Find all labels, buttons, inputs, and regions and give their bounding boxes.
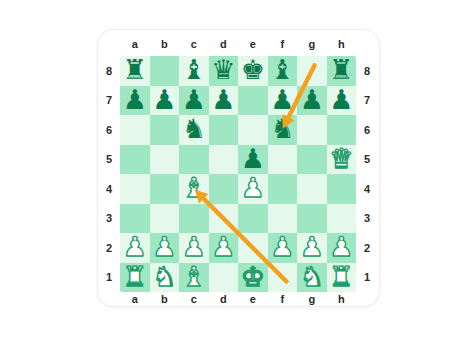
file-label-c: c xyxy=(179,292,209,306)
square-c3[interactable] xyxy=(179,204,209,234)
square-d6[interactable] xyxy=(209,115,239,145)
square-d7[interactable]: ♟ xyxy=(209,86,239,116)
square-g4[interactable] xyxy=(297,174,327,204)
piece-black-king[interactable]: ♚ xyxy=(241,56,265,83)
square-b4[interactable] xyxy=(150,174,180,204)
rank-labels-left: 87654321 xyxy=(98,56,120,292)
piece-white-pawn[interactable]: ♟ xyxy=(182,233,206,260)
file-label-a: a xyxy=(120,292,150,306)
chess-board: ♜♝♛♚♝♜♟♟♟♟♟♟♟♞♞♟♛♝♟♟♟♟♟♟♟♟♜♞♝♚♞♜ xyxy=(120,56,356,292)
file-label-g: g xyxy=(297,34,327,54)
square-f2[interactable]: ♟ xyxy=(268,233,298,263)
file-label-h: h xyxy=(327,292,357,306)
file-label-e: e xyxy=(238,34,268,54)
piece-white-pawn[interactable]: ♟ xyxy=(123,233,147,260)
square-c7[interactable]: ♟ xyxy=(179,86,209,116)
square-h8[interactable]: ♜ xyxy=(327,56,357,86)
square-a8[interactable]: ♜ xyxy=(120,56,150,86)
file-label-c: c xyxy=(179,34,209,54)
square-a1[interactable]: ♜ xyxy=(120,263,150,293)
rank-label-5: 5 xyxy=(98,145,120,175)
rank-label-8: 8 xyxy=(356,56,378,86)
piece-black-knight[interactable]: ♞ xyxy=(182,115,206,142)
piece-white-pawn[interactable]: ♟ xyxy=(211,233,235,260)
square-b7[interactable]: ♟ xyxy=(150,86,180,116)
square-e4[interactable]: ♟ xyxy=(238,174,268,204)
piece-black-pawn[interactable]: ♟ xyxy=(182,86,206,113)
rank-label-2: 2 xyxy=(356,233,378,263)
square-h4[interactable] xyxy=(327,174,357,204)
square-e6[interactable] xyxy=(238,115,268,145)
piece-white-knight[interactable]: ♞ xyxy=(152,263,176,290)
rank-label-7: 7 xyxy=(356,86,378,116)
file-label-f: f xyxy=(268,292,298,306)
file-label-g: g xyxy=(297,292,327,306)
piece-black-rook[interactable]: ♜ xyxy=(123,56,147,83)
square-a4[interactable] xyxy=(120,174,150,204)
rank-label-4: 4 xyxy=(356,174,378,204)
square-a2[interactable]: ♟ xyxy=(120,233,150,263)
rank-label-2: 2 xyxy=(98,233,120,263)
square-a5[interactable] xyxy=(120,145,150,175)
piece-white-knight[interactable]: ♞ xyxy=(300,263,324,290)
square-d5[interactable] xyxy=(209,145,239,175)
piece-black-pawn[interactable]: ♟ xyxy=(123,86,147,113)
rank-label-6: 6 xyxy=(98,115,120,145)
piece-white-queen[interactable]: ♛ xyxy=(329,145,353,172)
piece-black-rook[interactable]: ♜ xyxy=(329,56,353,83)
square-g3[interactable] xyxy=(297,204,327,234)
square-e3[interactable] xyxy=(238,204,268,234)
square-f7[interactable]: ♟ xyxy=(268,86,298,116)
square-h7[interactable]: ♟ xyxy=(327,86,357,116)
piece-white-bishop[interactable]: ♝ xyxy=(182,263,206,290)
rank-label-3: 3 xyxy=(98,204,120,234)
square-h1[interactable]: ♜ xyxy=(327,263,357,293)
piece-white-pawn[interactable]: ♟ xyxy=(300,233,324,260)
square-h3[interactable] xyxy=(327,204,357,234)
square-g6[interactable] xyxy=(297,115,327,145)
square-h6[interactable] xyxy=(327,115,357,145)
square-b1[interactable]: ♞ xyxy=(150,263,180,293)
piece-white-pawn[interactable]: ♟ xyxy=(329,233,353,260)
square-d4[interactable] xyxy=(209,174,239,204)
piece-black-queen[interactable]: ♛ xyxy=(211,56,235,83)
piece-white-rook[interactable]: ♜ xyxy=(329,263,353,290)
piece-white-bishop[interactable]: ♝ xyxy=(182,174,206,201)
piece-white-king[interactable]: ♚ xyxy=(241,263,265,290)
square-e2[interactable] xyxy=(238,233,268,263)
square-c8[interactable]: ♝ xyxy=(179,56,209,86)
file-label-f: f xyxy=(268,34,298,54)
rank-label-5: 5 xyxy=(356,145,378,175)
rank-label-4: 4 xyxy=(98,174,120,204)
square-f8[interactable]: ♝ xyxy=(268,56,298,86)
piece-black-pawn[interactable]: ♟ xyxy=(329,86,353,113)
file-label-d: d xyxy=(209,34,239,54)
file-label-b: b xyxy=(150,34,180,54)
square-b5[interactable] xyxy=(150,145,180,175)
file-labels-top: abcdefgh xyxy=(120,34,356,54)
square-e5[interactable]: ♟ xyxy=(238,145,268,175)
square-e7[interactable] xyxy=(238,86,268,116)
square-c2[interactable]: ♟ xyxy=(179,233,209,263)
file-label-e: e xyxy=(238,292,268,306)
piece-white-pawn[interactable]: ♟ xyxy=(270,233,294,260)
page: abcdefgh 87654321 ♜♝♛♚♝♜♟♟♟♟♟♟♟♞♞♟♛♝♟♟♟♟… xyxy=(0,0,474,340)
square-e1[interactable]: ♚ xyxy=(238,263,268,293)
file-labels-bottom: abcdefgh xyxy=(120,292,356,306)
piece-black-bishop[interactable]: ♝ xyxy=(182,56,206,83)
rank-label-1: 1 xyxy=(98,263,120,293)
square-c6[interactable]: ♞ xyxy=(179,115,209,145)
square-a3[interactable] xyxy=(120,204,150,234)
square-b6[interactable] xyxy=(150,115,180,145)
piece-black-knight[interactable]: ♞ xyxy=(270,115,294,142)
square-e8[interactable]: ♚ xyxy=(238,56,268,86)
piece-white-pawn[interactable]: ♟ xyxy=(152,233,176,260)
square-d1[interactable] xyxy=(209,263,239,293)
rank-label-1: 1 xyxy=(356,263,378,293)
rank-label-6: 6 xyxy=(356,115,378,145)
square-d2[interactable]: ♟ xyxy=(209,233,239,263)
square-f6[interactable]: ♞ xyxy=(268,115,298,145)
piece-black-pawn[interactable]: ♟ xyxy=(152,86,176,113)
piece-black-pawn[interactable]: ♟ xyxy=(241,145,265,172)
square-d8[interactable]: ♛ xyxy=(209,56,239,86)
square-g8[interactable] xyxy=(297,56,327,86)
square-a7[interactable]: ♟ xyxy=(120,86,150,116)
piece-black-pawn[interactable]: ♟ xyxy=(211,86,235,113)
rank-labels-right: 87654321 xyxy=(356,56,378,292)
square-c4[interactable]: ♝ xyxy=(179,174,209,204)
square-h5[interactable]: ♛ xyxy=(327,145,357,175)
rank-label-3: 3 xyxy=(356,204,378,234)
piece-black-pawn[interactable]: ♟ xyxy=(270,86,294,113)
square-f4[interactable] xyxy=(268,174,298,204)
square-c1[interactable]: ♝ xyxy=(179,263,209,293)
file-label-b: b xyxy=(150,292,180,306)
piece-white-pawn[interactable]: ♟ xyxy=(241,174,265,201)
square-h2[interactable]: ♟ xyxy=(327,233,357,263)
square-b2[interactable]: ♟ xyxy=(150,233,180,263)
rank-label-8: 8 xyxy=(98,56,120,86)
square-g5[interactable] xyxy=(297,145,327,175)
square-g1[interactable]: ♞ xyxy=(297,263,327,293)
square-f5[interactable] xyxy=(268,145,298,175)
square-b8[interactable] xyxy=(150,56,180,86)
square-f1[interactable] xyxy=(268,263,298,293)
square-c5[interactable] xyxy=(179,145,209,175)
square-g2[interactable]: ♟ xyxy=(297,233,327,263)
chess-board-card: abcdefgh 87654321 ♜♝♛♚♝♜♟♟♟♟♟♟♟♞♞♟♛♝♟♟♟♟… xyxy=(97,29,380,307)
square-b3[interactable] xyxy=(150,204,180,234)
file-label-h: h xyxy=(327,34,357,54)
rank-label-7: 7 xyxy=(98,86,120,116)
file-label-d: d xyxy=(209,292,239,306)
file-label-a: a xyxy=(120,34,150,54)
square-g7[interactable]: ♟ xyxy=(297,86,327,116)
square-a6[interactable] xyxy=(120,115,150,145)
piece-black-pawn[interactable]: ♟ xyxy=(300,86,324,113)
piece-white-rook[interactable]: ♜ xyxy=(123,263,147,290)
square-d3[interactable] xyxy=(209,204,239,234)
piece-black-bishop[interactable]: ♝ xyxy=(270,56,294,83)
square-f3[interactable] xyxy=(268,204,298,234)
